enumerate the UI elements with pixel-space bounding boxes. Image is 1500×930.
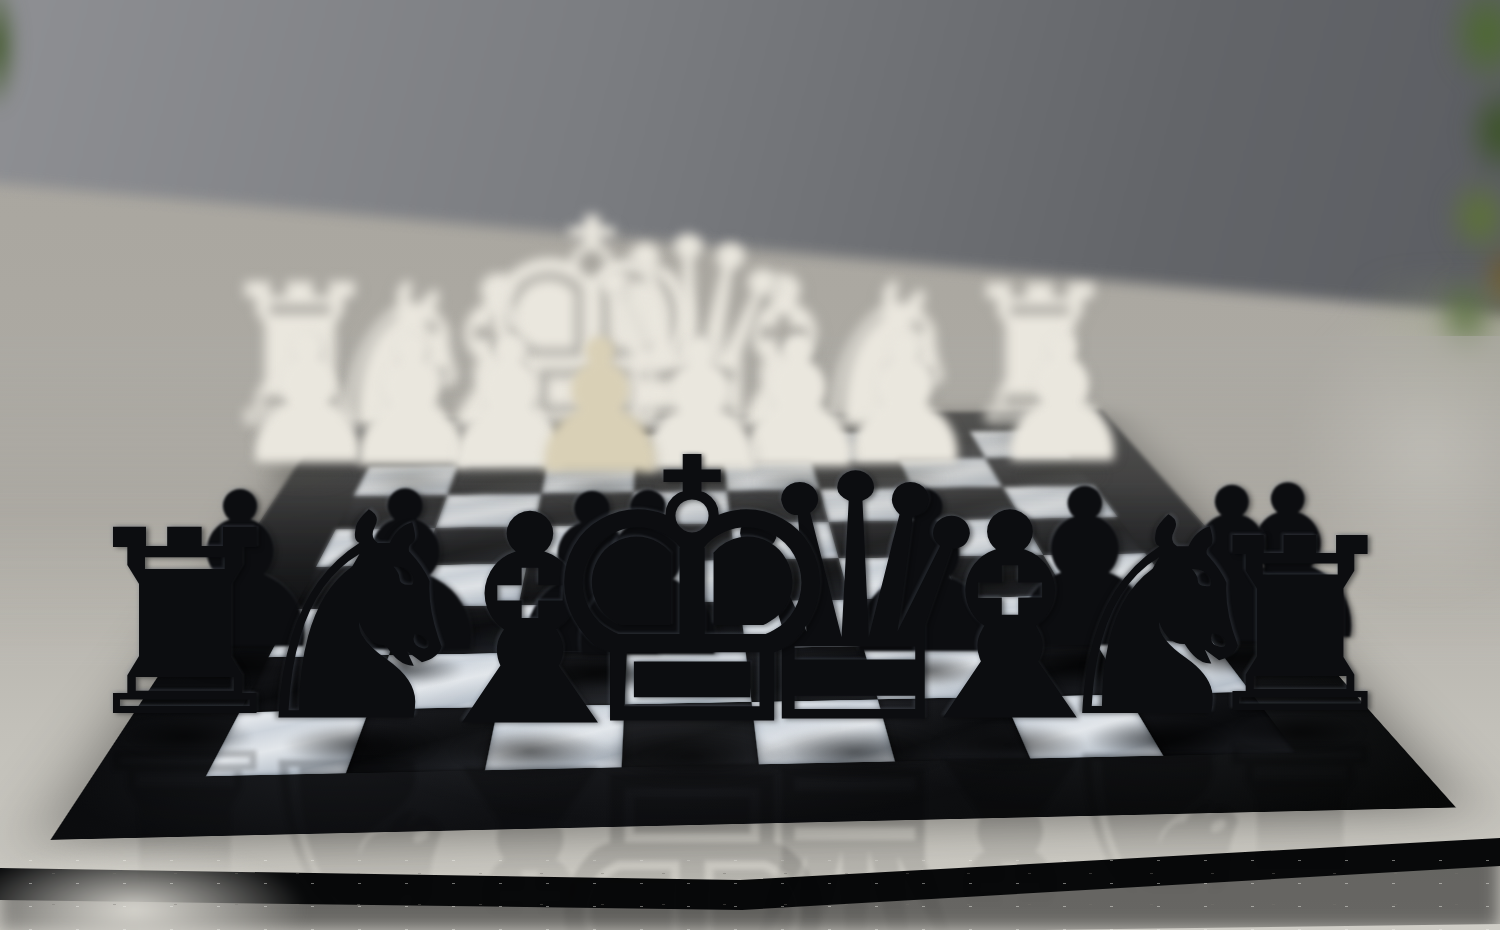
king-reflection: ♚ <box>528 718 855 930</box>
chess-photo-scene: ♜♜♞♞♝♝♚♚♛♛♝♝♞♞♜♜♟♟♟♟♟♟♟♟♟♟♟♟♟♟♟♟♜♞♝♚♛♝♞♜ <box>0 0 1500 930</box>
foliage-top-left <box>0 0 38 192</box>
